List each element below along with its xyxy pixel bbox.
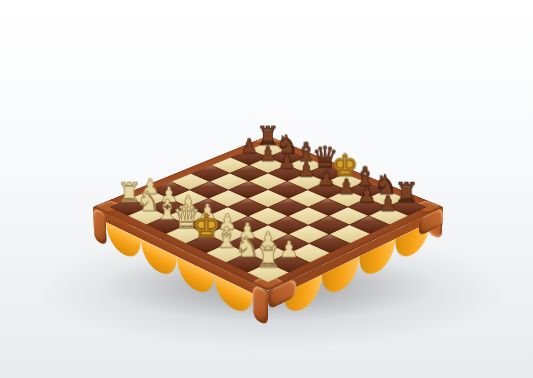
black-knight-piece: ♞ bbox=[369, 171, 403, 199]
black-bishop-piece: ♝ bbox=[349, 162, 382, 189]
black-bishop-piece: ♝ bbox=[290, 138, 322, 165]
render-scene: ♜♞♝♛♚♝♞♜♟♟♟♟♟♟♟♟♟♟♟♟♟♟♟♟♜♞♝♛♚♝♞♜ bbox=[0, 0, 533, 378]
chess-board: ♜♞♝♛♚♝♞♜♟♟♟♟♟♟♟♟♟♟♟♟♟♟♟♟♜♞♝♛♚♝♞♜ bbox=[93, 136, 444, 291]
corner-block bbox=[253, 284, 268, 326]
board-square: ♟ bbox=[131, 190, 169, 207]
